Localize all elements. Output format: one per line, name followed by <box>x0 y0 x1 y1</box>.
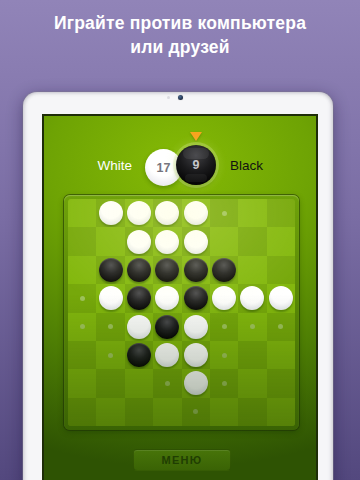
board-cell[interactable] <box>96 369 124 397</box>
board-cell[interactable] <box>238 369 266 397</box>
board-cell[interactable] <box>182 398 210 426</box>
board-cell[interactable] <box>125 284 153 312</box>
board-cell[interactable] <box>125 313 153 341</box>
board-cell[interactable] <box>238 313 266 341</box>
legal-move-hint <box>80 296 85 301</box>
black-disc <box>99 258 123 282</box>
board-cell[interactable] <box>153 341 181 369</box>
white-disc <box>240 286 264 310</box>
board-cell[interactable] <box>96 398 124 426</box>
white-disc <box>184 201 208 225</box>
board-cell[interactable] <box>182 369 210 397</box>
board-cell[interactable] <box>210 284 238 312</box>
legal-move-hint <box>250 324 255 329</box>
board-cell[interactable] <box>153 199 181 227</box>
board-cell[interactable] <box>68 227 96 255</box>
legal-move-hint <box>222 381 227 386</box>
board-cell[interactable] <box>238 227 266 255</box>
white-disc <box>99 201 123 225</box>
legal-move-hint <box>193 409 198 414</box>
white-score: 17 <box>157 161 171 175</box>
black-score: 9 <box>193 158 200 172</box>
white-disc <box>127 315 151 339</box>
board-cell[interactable] <box>267 313 295 341</box>
header-line1: Играйте против компьютера <box>0 11 360 35</box>
black-disc <box>155 258 179 282</box>
board-cell[interactable] <box>267 199 295 227</box>
board-cell[interactable] <box>238 398 266 426</box>
black-score-disc: 9 <box>176 145 216 185</box>
board-cell[interactable] <box>68 284 96 312</box>
board-cell[interactable] <box>125 341 153 369</box>
app-store-screenshot: Играйте против компьютера или друзей Whi… <box>0 0 360 480</box>
white-player-label: White <box>44 158 132 174</box>
board-cell[interactable] <box>210 398 238 426</box>
board-cell[interactable] <box>210 369 238 397</box>
board-cell[interactable] <box>68 341 96 369</box>
legal-move-hint <box>80 324 85 329</box>
board-cell[interactable] <box>182 341 210 369</box>
white-disc <box>99 286 123 310</box>
legal-move-hint <box>278 324 283 329</box>
menu-button[interactable]: МЕНЮ <box>133 449 231 471</box>
board-cell[interactable] <box>182 227 210 255</box>
front-camera-icon <box>178 95 183 100</box>
board-cell[interactable] <box>68 256 96 284</box>
board-cell[interactable] <box>125 227 153 255</box>
black-disc <box>184 258 208 282</box>
board-cell[interactable] <box>125 199 153 227</box>
header-caption: Играйте против компьютера или друзей <box>0 11 360 59</box>
board-cell[interactable] <box>96 199 124 227</box>
legal-move-hint <box>222 211 227 216</box>
turn-indicator-triangle <box>190 132 202 141</box>
black-disc <box>127 343 151 367</box>
board-cell[interactable] <box>96 313 124 341</box>
board-cell[interactable] <box>96 341 124 369</box>
board-cell[interactable] <box>210 199 238 227</box>
board-cell[interactable] <box>210 313 238 341</box>
legal-move-hint <box>165 381 170 386</box>
board-cell[interactable] <box>125 256 153 284</box>
legal-move-hint <box>108 353 113 358</box>
board-cell[interactable] <box>153 369 181 397</box>
black-player-label: Black <box>230 158 263 174</box>
game-screen: White 17 9 Black МЕНЮ <box>42 114 318 480</box>
scoreboard: White 17 9 Black <box>44 116 316 194</box>
board-cell[interactable] <box>182 284 210 312</box>
white-disc <box>184 371 208 395</box>
board-cell[interactable] <box>153 313 181 341</box>
board-cell[interactable] <box>68 199 96 227</box>
light-sensor-icon <box>167 96 170 99</box>
black-disc <box>155 315 179 339</box>
black-disc <box>127 258 151 282</box>
white-disc <box>127 201 151 225</box>
board-cell[interactable] <box>182 199 210 227</box>
board-cell[interactable] <box>68 398 96 426</box>
board-cell[interactable] <box>267 256 295 284</box>
black-disc <box>127 286 151 310</box>
board-cell[interactable] <box>210 341 238 369</box>
board-cell[interactable] <box>96 256 124 284</box>
white-disc <box>127 230 151 254</box>
white-disc <box>184 315 208 339</box>
white-disc <box>155 201 179 225</box>
board-cell[interactable] <box>182 256 210 284</box>
reversi-board-grid <box>68 199 295 426</box>
board-cell[interactable] <box>153 256 181 284</box>
white-disc <box>184 343 208 367</box>
legal-move-hint <box>108 324 113 329</box>
board-cell[interactable] <box>267 341 295 369</box>
board-cell[interactable] <box>267 284 295 312</box>
board-cell[interactable] <box>153 284 181 312</box>
board-cell[interactable] <box>238 284 266 312</box>
board-cell[interactable] <box>68 369 96 397</box>
board-cell[interactable] <box>68 313 96 341</box>
legal-move-hint <box>222 324 227 329</box>
ipad-frame: White 17 9 Black МЕНЮ <box>23 92 333 480</box>
board-cell[interactable] <box>153 398 181 426</box>
white-disc <box>212 286 236 310</box>
board-cell[interactable] <box>238 341 266 369</box>
board-cell[interactable] <box>210 227 238 255</box>
board-cell[interactable] <box>96 227 124 255</box>
board-cell[interactable] <box>153 227 181 255</box>
black-disc <box>184 286 208 310</box>
header-line2: или друзей <box>0 35 360 59</box>
board-cell[interactable] <box>125 398 153 426</box>
board-cell[interactable] <box>182 313 210 341</box>
board-cell[interactable] <box>96 284 124 312</box>
white-disc <box>155 286 179 310</box>
board-cell[interactable] <box>210 256 238 284</box>
white-disc <box>155 230 179 254</box>
black-disc <box>212 258 236 282</box>
board-cell[interactable] <box>238 199 266 227</box>
board-cell[interactable] <box>267 369 295 397</box>
white-disc <box>269 286 293 310</box>
board-cell[interactable] <box>125 369 153 397</box>
board-cell[interactable] <box>238 256 266 284</box>
legal-move-hint <box>222 353 227 358</box>
white-disc <box>155 343 179 367</box>
board-cell[interactable] <box>267 398 295 426</box>
reversi-board <box>64 195 299 430</box>
white-disc <box>184 230 208 254</box>
board-cell[interactable] <box>267 227 295 255</box>
